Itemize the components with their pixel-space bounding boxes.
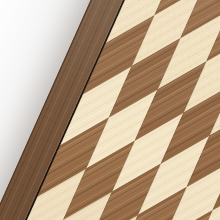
photo-backdrop: [0, 0, 220, 220]
board-squares: [0, 0, 220, 220]
frame-inlay-line: [0, 0, 220, 220]
chessboard: [0, 0, 220, 220]
